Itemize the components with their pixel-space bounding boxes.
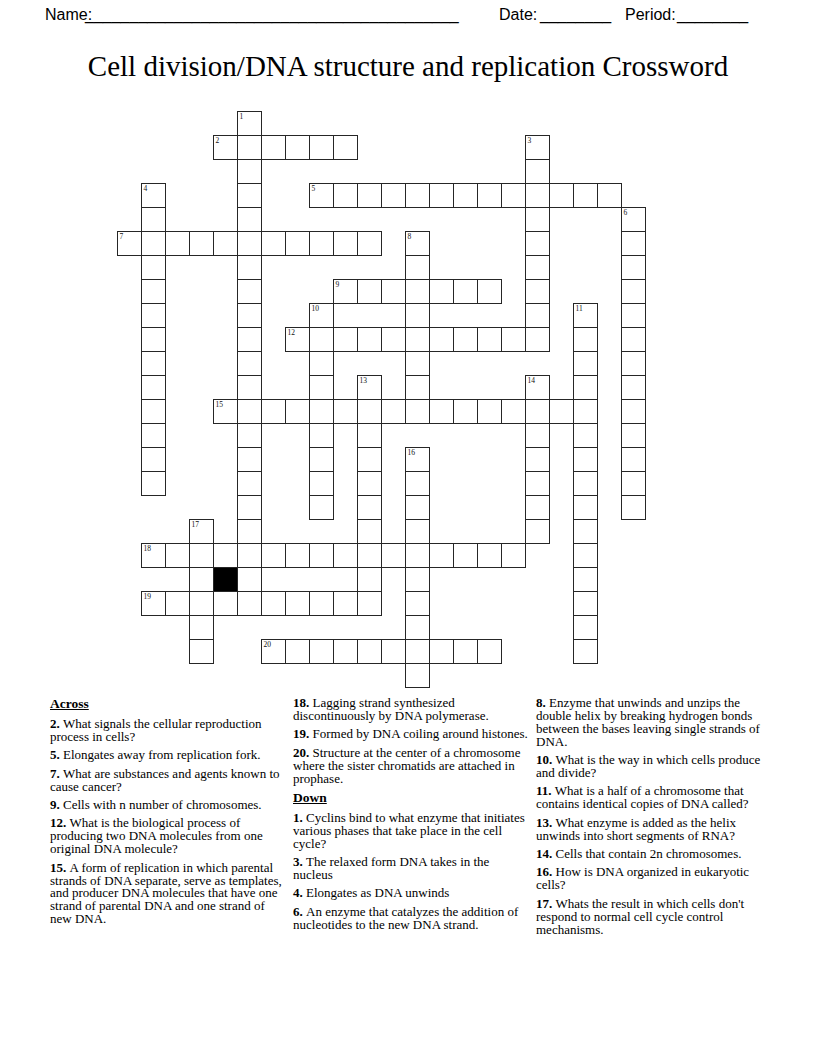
grid-cell[interactable]: 8	[405, 231, 430, 256]
grid-cell[interactable]: 18	[141, 543, 166, 568]
grid-cell[interactable]	[357, 279, 382, 304]
grid-cell[interactable]	[309, 231, 334, 256]
grid-cell[interactable]	[141, 471, 166, 496]
grid-cell[interactable]	[285, 543, 310, 568]
grid-cell[interactable]	[573, 447, 598, 472]
clue-number-label: 17.	[536, 896, 556, 911]
grid-cell[interactable]	[357, 471, 382, 496]
grid-cell[interactable]	[405, 279, 430, 304]
clue-number: 12	[288, 328, 296, 337]
grid-cell[interactable]	[357, 591, 382, 616]
grid-cell[interactable]: 7	[117, 231, 142, 256]
period-label: Period:	[625, 5, 676, 25]
grid-cell[interactable]	[189, 591, 214, 616]
grid-cell[interactable]	[621, 303, 646, 328]
grid-cell[interactable]: 15	[213, 399, 238, 424]
crossword-grid: 1234567891011121314151617181920	[117, 111, 646, 688]
grid-cell[interactable]	[165, 231, 190, 256]
grid-cell[interactable]: 2	[213, 135, 238, 160]
grid-cell[interactable]	[621, 351, 646, 376]
clue-number-label: 8.	[536, 695, 549, 710]
grid-cell[interactable]	[405, 183, 430, 208]
grid-cell[interactable]	[405, 519, 430, 544]
grid-cell[interactable]	[429, 543, 454, 568]
clue-column-2: 18. Lagging strand synthesized discontin…	[293, 697, 529, 937]
grid-cell[interactable]	[381, 183, 406, 208]
clue-7: 7. What are substances and agents known …	[50, 768, 286, 794]
clue-18: 18. Lagging strand synthesized discontin…	[293, 697, 529, 723]
clue-number: 7	[120, 232, 124, 241]
grid-cell[interactable]	[429, 639, 454, 664]
clue-number-label: 7.	[50, 766, 63, 781]
clue-number: 18	[144, 544, 152, 553]
grid-cell[interactable]	[285, 591, 310, 616]
grid-cell[interactable]	[237, 255, 262, 280]
grid-cell[interactable]: 14	[525, 375, 550, 400]
grid-cell[interactable]	[621, 447, 646, 472]
grid-cell[interactable]	[261, 399, 286, 424]
grid-cell[interactable]	[381, 327, 406, 352]
grid-cell[interactable]	[165, 591, 190, 616]
clue-column-3: 8. Enzyme that unwinds and unzips the do…	[536, 697, 772, 942]
grid-cell[interactable]	[357, 495, 382, 520]
clue-number: 1	[240, 112, 244, 121]
grid-cell[interactable]	[501, 327, 526, 352]
clue-3: 3. The relaxed form DNA takes in the nuc…	[293, 856, 529, 882]
grid-cell[interactable]	[141, 279, 166, 304]
clue-number: 8	[408, 232, 412, 241]
grid-cell[interactable]	[573, 423, 598, 448]
grid-cell[interactable]	[525, 255, 550, 280]
grid-cell[interactable]	[333, 183, 358, 208]
grid-cell[interactable]	[573, 375, 598, 400]
grid-cell[interactable]	[309, 399, 334, 424]
grid-cell[interactable]	[357, 423, 382, 448]
grid-cell[interactable]	[357, 519, 382, 544]
clue-14: 14. Cells that contain 2n chromosomes.	[536, 848, 772, 861]
grid-cell[interactable]	[237, 327, 262, 352]
grid-cell[interactable]	[309, 591, 334, 616]
date-fill-line[interactable]: ________	[540, 5, 611, 25]
clue-column-1: Across2. What signals the cellular repro…	[50, 697, 286, 932]
grid-cell[interactable]	[237, 495, 262, 520]
clue-number-label: 12.	[50, 815, 70, 830]
grid-cell[interactable]	[525, 183, 550, 208]
grid-cell[interactable]	[381, 279, 406, 304]
grid-cell[interactable]: 19	[141, 591, 166, 616]
grid-cell[interactable]	[405, 591, 430, 616]
grid-cell[interactable]	[237, 135, 262, 160]
grid-cell[interactable]	[141, 207, 166, 232]
grid-cell[interactable]	[333, 543, 358, 568]
grid-cell[interactable]	[621, 231, 646, 256]
grid-cell[interactable]	[501, 543, 526, 568]
grid-cell[interactable]	[525, 495, 550, 520]
grid-cell[interactable]	[141, 351, 166, 376]
grid-cell[interactable]	[237, 351, 262, 376]
grid-cell[interactable]	[525, 327, 550, 352]
grid-cell[interactable]	[285, 231, 310, 256]
grid-cell[interactable]	[285, 639, 310, 664]
grid-cell[interactable]	[525, 207, 550, 232]
grid-cell[interactable]	[453, 639, 478, 664]
grid-cell[interactable]	[141, 447, 166, 472]
grid-cell[interactable]	[501, 399, 526, 424]
grid-cell[interactable]	[285, 135, 310, 160]
clue-number-label: 5.	[50, 747, 63, 762]
grid-cell[interactable]	[357, 639, 382, 664]
grid-cell[interactable]	[309, 543, 334, 568]
grid-cell[interactable]	[621, 471, 646, 496]
grid-cell[interactable]	[621, 327, 646, 352]
grid-cell[interactable]	[621, 279, 646, 304]
grid-cell[interactable]	[405, 615, 430, 640]
grid-cell[interactable]	[477, 279, 502, 304]
clue-number-label: 11.	[536, 783, 555, 798]
grid-cell[interactable]	[237, 567, 262, 592]
grid-cell[interactable]	[429, 399, 454, 424]
grid-cell[interactable]	[141, 255, 166, 280]
grid-cell[interactable]	[429, 327, 454, 352]
clue-number-label: 6.	[293, 904, 306, 919]
grid-cell[interactable]	[213, 231, 238, 256]
grid-cell[interactable]	[357, 567, 382, 592]
grid-cell[interactable]	[621, 423, 646, 448]
clue-number-label: 9.	[50, 797, 63, 812]
grid-cell[interactable]	[309, 135, 334, 160]
clue-number-label: 1.	[293, 810, 306, 825]
grid-cell[interactable]	[237, 279, 262, 304]
grid-cell[interactable]	[501, 183, 526, 208]
clue-number: 10	[312, 304, 320, 313]
grid-cell[interactable]	[405, 471, 430, 496]
grid-cell[interactable]	[573, 183, 598, 208]
clue-number: 2	[216, 136, 220, 145]
grid-cell[interactable]	[141, 375, 166, 400]
grid-cell[interactable]: 4	[141, 183, 166, 208]
grid-cell[interactable]	[525, 399, 550, 424]
grid-cell[interactable]	[237, 399, 262, 424]
clue-number-label: 16.	[536, 864, 556, 879]
clue-number: 4	[144, 184, 148, 193]
clue-number: 15	[216, 400, 224, 409]
clue-5: 5. Elongates away from replication fork.	[50, 749, 286, 762]
grid-cell[interactable]	[189, 615, 214, 640]
grid-cell[interactable]	[429, 183, 454, 208]
clue-number: 14	[528, 376, 536, 385]
clue-number: 19	[144, 592, 152, 601]
grid-cell[interactable]	[357, 447, 382, 472]
grid-cell[interactable]	[573, 543, 598, 568]
grid-cell[interactable]	[357, 399, 382, 424]
clue-number-label: 19.	[293, 726, 313, 741]
grid-cell[interactable]: 1	[237, 111, 262, 136]
clue-17: 17. Whats the result in which cells don'…	[536, 898, 772, 937]
blocked-cell	[213, 567, 238, 592]
grid-cell[interactable]	[429, 279, 454, 304]
grid-cell[interactable]: 13	[357, 375, 382, 400]
clue-number-label: 10.	[536, 752, 556, 767]
grid-cell[interactable]	[477, 183, 502, 208]
grid-cell[interactable]	[333, 327, 358, 352]
grid-cell[interactable]	[621, 375, 646, 400]
clue-number-label: 18.	[293, 695, 313, 710]
grid-cell[interactable]: 5	[309, 183, 334, 208]
grid-cell[interactable]	[405, 399, 430, 424]
grid-cell[interactable]	[597, 183, 622, 208]
period-fill-line[interactable]: ________	[677, 5, 748, 25]
clue-9: 9. Cells with n number of chromosomes.	[50, 799, 286, 812]
across-heading: Across	[50, 697, 286, 711]
clue-number: 17	[192, 520, 200, 529]
grid-cell[interactable]	[261, 591, 286, 616]
grid-cell[interactable]	[573, 327, 598, 352]
clue-12: 12. What is the biological process of pr…	[50, 817, 286, 856]
grid-cell[interactable]	[573, 519, 598, 544]
grid-cell[interactable]	[333, 591, 358, 616]
clue-number: 9	[336, 280, 340, 289]
grid-cell[interactable]	[309, 375, 334, 400]
grid-cell[interactable]: 11	[573, 303, 598, 328]
grid-cell[interactable]	[405, 255, 430, 280]
grid-cell[interactable]	[309, 639, 334, 664]
grid-cell[interactable]	[237, 519, 262, 544]
grid-cell[interactable]	[549, 183, 574, 208]
clue-number-label: 14.	[536, 846, 556, 861]
clue-number: 5	[312, 184, 316, 193]
grid-cell[interactable]	[573, 399, 598, 424]
grid-cell[interactable]	[357, 183, 382, 208]
grid-cell[interactable]	[453, 543, 478, 568]
clue-4: 4. Elongates as DNA unwinds	[293, 887, 529, 900]
grid-cell[interactable]: 6	[621, 207, 646, 232]
grid-cell[interactable]	[405, 327, 430, 352]
grid-cell[interactable]	[237, 207, 262, 232]
clue-number: 13	[360, 376, 368, 385]
clue-1: 1. Cyclins bind to what enzyme that init…	[293, 812, 529, 851]
grid-cell[interactable]: 10	[309, 303, 334, 328]
grid-cell[interactable]	[237, 447, 262, 472]
clue-number-label: 15.	[50, 860, 70, 875]
clue-number: 16	[408, 448, 416, 457]
grid-cell[interactable]	[405, 543, 430, 568]
grid-cell[interactable]	[237, 303, 262, 328]
grid-cell[interactable]	[405, 375, 430, 400]
clue-16: 16. How is DNA organized in eukaryotic c…	[536, 866, 772, 892]
grid-cell[interactable]	[141, 399, 166, 424]
grid-cell[interactable]	[525, 471, 550, 496]
clue-13: 13. What enzyme is added as the helix un…	[536, 817, 772, 843]
clue-number-label: 3.	[293, 854, 306, 869]
grid-cell[interactable]	[405, 303, 430, 328]
clue-number: 11	[576, 304, 583, 313]
grid-cell[interactable]	[573, 495, 598, 520]
grid-cell[interactable]	[525, 423, 550, 448]
grid-cell[interactable]	[477, 543, 502, 568]
grid-cell[interactable]	[333, 639, 358, 664]
down-heading: Down	[293, 791, 529, 805]
grid-cell[interactable]	[165, 543, 190, 568]
grid-cell[interactable]	[381, 639, 406, 664]
grid-cell[interactable]	[525, 159, 550, 184]
grid-cell[interactable]	[381, 543, 406, 568]
grid-cell[interactable]	[573, 567, 598, 592]
grid-cell[interactable]	[237, 591, 262, 616]
grid-cell[interactable]	[477, 399, 502, 424]
grid-cell[interactable]	[621, 495, 646, 520]
puzzle-title: Cell division/DNA structure and replicat…	[0, 50, 816, 83]
grid-cell[interactable]	[237, 375, 262, 400]
clue-2: 2. What signals the cellular reproductio…	[50, 718, 286, 744]
grid-cell[interactable]	[357, 327, 382, 352]
grid-cell[interactable]	[309, 423, 334, 448]
grid-cell[interactable]	[237, 423, 262, 448]
grid-cell[interactable]	[453, 327, 478, 352]
grid-cell[interactable]	[405, 495, 430, 520]
grid-cell[interactable]	[525, 447, 550, 472]
grid-cell[interactable]	[525, 303, 550, 328]
grid-cell[interactable]	[309, 327, 334, 352]
clue-11: 11. What is a half of a chromosome that …	[536, 785, 772, 811]
grid-cell[interactable]	[261, 231, 286, 256]
grid-cell[interactable]	[453, 183, 478, 208]
date-label: Date:	[499, 5, 537, 25]
clue-number: 6	[624, 208, 628, 217]
grid-cell[interactable]: 16	[405, 447, 430, 472]
grid-cell[interactable]	[573, 351, 598, 376]
grid-cell[interactable]	[525, 519, 550, 544]
grid-cell[interactable]	[213, 591, 238, 616]
grid-cell[interactable]	[237, 159, 262, 184]
grid-cell[interactable]	[189, 567, 214, 592]
grid-cell[interactable]	[237, 471, 262, 496]
grid-cell[interactable]: 17	[189, 519, 214, 544]
grid-cell[interactable]	[405, 351, 430, 376]
grid-cell[interactable]	[309, 471, 334, 496]
grid-cell[interactable]	[237, 231, 262, 256]
grid-cell[interactable]	[573, 615, 598, 640]
grid-cell[interactable]: 9	[333, 279, 358, 304]
grid-cell[interactable]: 3	[525, 135, 550, 160]
grid-cell[interactable]	[141, 423, 166, 448]
grid-cell[interactable]	[477, 639, 502, 664]
grid-cell[interactable]	[261, 135, 286, 160]
grid-cell[interactable]	[621, 255, 646, 280]
grid-cell[interactable]	[621, 399, 646, 424]
grid-cell[interactable]	[405, 639, 430, 664]
grid-cell[interactable]	[285, 399, 310, 424]
grid-cell[interactable]	[573, 471, 598, 496]
grid-cell[interactable]	[213, 543, 238, 568]
grid-cell[interactable]	[477, 327, 502, 352]
grid-cell[interactable]	[141, 327, 166, 352]
grid-cell[interactable]	[357, 231, 382, 256]
grid-cell[interactable]	[141, 303, 166, 328]
grid-cell[interactable]	[333, 399, 358, 424]
grid-cell[interactable]	[573, 639, 598, 664]
grid-cell[interactable]	[453, 399, 478, 424]
clue-number-label: 13.	[536, 815, 556, 830]
clue-8: 8. Enzyme that unwinds and unzips the do…	[536, 697, 772, 749]
clue-number-label: 20.	[293, 745, 313, 760]
clue-10: 10. What is the way in which cells produ…	[536, 754, 772, 780]
grid-cell[interactable]	[453, 279, 478, 304]
grid-cell[interactable]	[309, 351, 334, 376]
grid-cell[interactable]	[333, 231, 358, 256]
grid-cell[interactable]	[333, 135, 358, 160]
clue-number: 20	[264, 640, 272, 649]
grid-cell[interactable]: 20	[261, 639, 286, 664]
name-fill-line[interactable]: ________________________________________…	[85, 5, 459, 25]
clue-number-label: 2.	[50, 716, 63, 731]
grid-cell[interactable]	[237, 183, 262, 208]
grid-cell[interactable]	[189, 231, 214, 256]
grid-cell[interactable]	[237, 543, 262, 568]
grid-cell[interactable]: 12	[285, 327, 310, 352]
grid-cell[interactable]	[381, 399, 406, 424]
clue-6: 6. An enzyme that catalyzes the addition…	[293, 906, 529, 932]
clue-15: 15. A form of replication in which paren…	[50, 862, 286, 927]
clue-19: 19. Formed by DNA coiling around histone…	[293, 728, 529, 741]
grid-cell[interactable]	[549, 399, 574, 424]
grid-cell[interactable]	[525, 279, 550, 304]
grid-cell[interactable]	[309, 495, 334, 520]
grid-cell[interactable]	[261, 543, 286, 568]
grid-cell[interactable]	[573, 591, 598, 616]
clue-20: 20. Structure at the center of a chromos…	[293, 747, 529, 786]
grid-cell[interactable]	[309, 447, 334, 472]
grid-cell[interactable]	[189, 639, 214, 664]
grid-cell[interactable]	[405, 567, 430, 592]
grid-cell[interactable]	[405, 663, 430, 688]
clue-number-label: 4.	[293, 885, 306, 900]
grid-cell[interactable]	[189, 543, 214, 568]
clues-section: Across2. What signals the cellular repro…	[50, 697, 772, 942]
grid-cell[interactable]	[525, 231, 550, 256]
clue-number: 3	[528, 136, 532, 145]
grid-cell[interactable]	[141, 231, 166, 256]
grid-cell[interactable]	[357, 543, 382, 568]
